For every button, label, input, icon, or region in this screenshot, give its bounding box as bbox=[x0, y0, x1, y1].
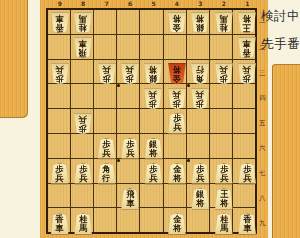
shogi-piece-gote[interactable]: 銀将 bbox=[143, 63, 163, 85]
shogi-piece-sente[interactable]: 金将 bbox=[167, 213, 187, 235]
file-label: 6 bbox=[128, 0, 132, 8]
shogi-piece-gote[interactable]: 王将 bbox=[237, 12, 257, 34]
shogi-piece-sente[interactable]: 桂馬 bbox=[73, 213, 93, 235]
shogi-piece-gote[interactable]: 歩兵 bbox=[97, 63, 117, 85]
shogi-piece-sente[interactable]: 歩兵 bbox=[190, 163, 210, 185]
shogi-piece-sente[interactable]: 香車 bbox=[50, 213, 70, 235]
star-point bbox=[187, 84, 190, 87]
shogi-piece-gote[interactable]: 金将 bbox=[167, 63, 187, 85]
rank-label: 四 bbox=[259, 94, 266, 102]
shogi-app-window: 香車桂馬金将銀将桂馬王将飛車香車歩兵歩兵歩兵銀将金将角行歩兵歩兵歩兵歩兵歩兵歩兵… bbox=[0, 0, 300, 238]
shogi-piece-sente[interactable]: 歩兵 bbox=[120, 138, 140, 160]
file-label: 8 bbox=[81, 0, 85, 8]
shogi-piece-sente[interactable]: 銀将 bbox=[143, 138, 163, 160]
shogi-piece-gote[interactable]: 歩兵 bbox=[50, 63, 70, 85]
shogi-board-panel: 香車桂馬金将銀将桂馬王将飛車香車歩兵歩兵歩兵銀将金将角行歩兵歩兵歩兵歩兵歩兵歩兵… bbox=[40, 0, 268, 238]
turn-indicator-label: 先手番 bbox=[261, 36, 300, 51]
shogi-piece-sente[interactable]: 歩兵 bbox=[50, 163, 70, 185]
sente-piece-stand bbox=[272, 64, 300, 238]
rank-label: 三 bbox=[259, 69, 266, 77]
shogi-piece-gote[interactable]: 歩兵 bbox=[120, 63, 140, 85]
shogi-piece-gote[interactable]: 香車 bbox=[237, 37, 257, 59]
shogi-piece-sente[interactable]: 歩兵 bbox=[167, 113, 187, 135]
shogi-piece-sente[interactable]: 歩兵 bbox=[97, 138, 117, 160]
shogi-piece-gote[interactable]: 歩兵 bbox=[237, 63, 257, 85]
shogi-piece-sente[interactable]: 桂馬 bbox=[214, 213, 234, 235]
shogi-piece-sente[interactable]: 銀将 bbox=[190, 188, 210, 210]
rank-label: 八 bbox=[259, 194, 266, 202]
shogi-piece-sente[interactable]: 歩兵 bbox=[73, 163, 93, 185]
rank-label: 九 bbox=[259, 219, 266, 227]
shogi-piece-gote[interactable]: 桂馬 bbox=[73, 12, 93, 34]
shogi-piece-gote[interactable]: 桂馬 bbox=[214, 12, 234, 34]
shogi-piece-sente[interactable]: 歩兵 bbox=[237, 163, 257, 185]
rank-label: 七 bbox=[259, 169, 266, 177]
star-point bbox=[187, 159, 190, 162]
shogi-piece-gote[interactable]: 歩兵 bbox=[143, 88, 163, 110]
gote-piece-stand bbox=[0, 0, 28, 118]
shogi-piece-sente[interactable]: 飛車 bbox=[120, 188, 140, 210]
shogi-piece-gote[interactable]: 飛車 bbox=[73, 37, 93, 59]
shogi-piece-gote[interactable]: 歩兵 bbox=[73, 113, 93, 135]
status-analyzing-label: 検討中 bbox=[261, 8, 300, 23]
shogi-piece-gote[interactable]: 歩兵 bbox=[190, 88, 210, 110]
shogi-piece-sente[interactable]: 王将 bbox=[214, 188, 234, 210]
file-label: 4 bbox=[175, 0, 179, 8]
shogi-piece-sente[interactable]: 香車 bbox=[237, 213, 257, 235]
shogi-board-grid[interactable]: 香車桂馬金将銀将桂馬王将飛車香車歩兵歩兵歩兵銀将金将角行歩兵歩兵歩兵歩兵歩兵歩兵… bbox=[46, 8, 257, 234]
shogi-piece-gote[interactable]: 銀将 bbox=[190, 12, 210, 34]
shogi-piece-gote[interactable]: 歩兵 bbox=[214, 63, 234, 85]
shogi-piece-gote[interactable]: 金将 bbox=[167, 12, 187, 34]
shogi-piece-sente[interactable]: 歩兵 bbox=[143, 163, 163, 185]
shogi-piece-gote[interactable]: 歩兵 bbox=[167, 88, 187, 110]
rank-label: 六 bbox=[259, 144, 266, 152]
shogi-piece-sente[interactable]: 歩兵 bbox=[214, 163, 234, 185]
file-label: 2 bbox=[222, 0, 226, 8]
file-label: 9 bbox=[58, 0, 62, 8]
file-label: 7 bbox=[105, 0, 109, 8]
shogi-piece-sente[interactable]: 角行 bbox=[97, 163, 117, 185]
file-label: 5 bbox=[151, 0, 155, 8]
shogi-piece-gote[interactable]: 角行 bbox=[190, 63, 210, 85]
shogi-piece-gote[interactable]: 香車 bbox=[50, 12, 70, 34]
star-point bbox=[117, 84, 120, 87]
file-label: 3 bbox=[198, 0, 202, 8]
star-point bbox=[117, 159, 120, 162]
file-label: 1 bbox=[245, 0, 249, 8]
rank-label: 五 bbox=[259, 119, 266, 127]
shogi-piece-sente[interactable]: 金将 bbox=[167, 163, 187, 185]
